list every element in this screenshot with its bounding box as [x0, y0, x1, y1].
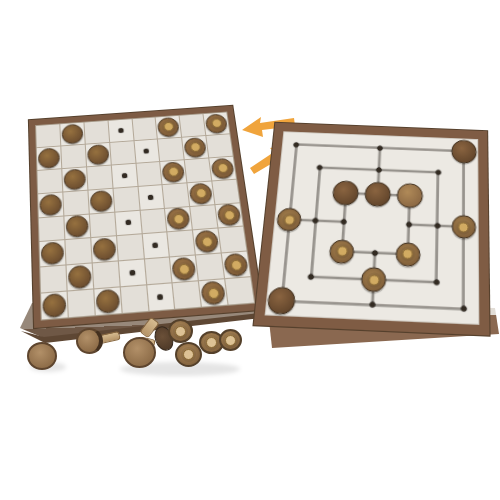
checkers-square[interactable] — [204, 112, 230, 134]
checkers-piece-plain[interactable] — [41, 242, 65, 266]
morris-point-d5[interactable] — [364, 182, 391, 208]
checkers-piece-pegged[interactable] — [189, 182, 213, 204]
peg-hole — [148, 194, 154, 199]
checkers-piece-plain[interactable] — [61, 124, 83, 145]
checkers-piece-pegged[interactable] — [171, 257, 196, 281]
checkers-square[interactable] — [91, 237, 117, 263]
checkers-square[interactable] — [196, 254, 224, 280]
checkers-piece-pegged[interactable] — [223, 253, 249, 277]
morris-point-d3[interactable] — [372, 250, 378, 255]
checkers-square[interactable] — [165, 207, 192, 232]
checkers-square[interactable] — [62, 167, 87, 191]
checkers-square[interactable] — [185, 158, 211, 182]
checkers-square[interactable] — [88, 188, 114, 213]
morris-point-a4[interactable] — [276, 207, 302, 231]
peg-knob — [368, 274, 379, 285]
peg-knob — [225, 335, 236, 346]
checkers-piece-pegged[interactable] — [162, 161, 186, 183]
loose-piece-mushroom-side[interactable] — [76, 328, 103, 354]
checkers-square[interactable] — [170, 256, 198, 283]
morris-point-d6[interactable] — [376, 167, 381, 172]
checkers-piece-pegged[interactable] — [217, 204, 242, 227]
checkers-piece-plain[interactable] — [39, 193, 62, 216]
peg-knob — [284, 214, 295, 225]
peg-hole — [461, 306, 467, 312]
peg-hole — [376, 167, 381, 172]
morris-piece-pegged[interactable] — [395, 242, 420, 267]
checkers-square[interactable] — [156, 116, 181, 139]
peg-knob — [223, 210, 235, 221]
checkers-square[interactable] — [180, 114, 206, 136]
checkers-square[interactable] — [87, 165, 112, 189]
checkers-piece-plain[interactable] — [89, 189, 112, 212]
peg-hole — [406, 222, 411, 227]
checkers-square[interactable] — [39, 216, 64, 241]
peg-knob — [175, 326, 186, 337]
checkers-square[interactable] — [216, 203, 243, 228]
peg-knob — [178, 263, 190, 275]
checkers-square[interactable] — [36, 124, 60, 147]
peg-knob — [230, 259, 242, 271]
peg-hole — [118, 128, 123, 133]
checkers-square[interactable] — [182, 136, 208, 159]
loose-pieces-group — [0, 300, 270, 395]
peg-knob — [207, 287, 219, 299]
morris-piece-pegged[interactable] — [361, 267, 387, 293]
peg-hole — [377, 145, 382, 150]
peg-knob — [201, 236, 213, 247]
peg-hole — [317, 165, 322, 170]
peg-knob — [211, 119, 222, 129]
morris-point-e5[interactable] — [396, 183, 423, 209]
checkers-square[interactable] — [108, 119, 133, 142]
checkers-square[interactable] — [222, 252, 250, 278]
loose-piece-pegged[interactable] — [168, 319, 193, 343]
checkers-square[interactable] — [84, 121, 108, 144]
checkers-square[interactable] — [209, 156, 236, 180]
checkers-square[interactable] — [132, 118, 157, 141]
checkers-square[interactable] — [37, 169, 62, 193]
morris-point-f6[interactable] — [435, 170, 440, 175]
checkers-piece-pegged[interactable] — [194, 230, 219, 254]
peg-hole — [341, 219, 347, 224]
checkers-square[interactable] — [117, 235, 144, 261]
checkers-square[interactable] — [90, 212, 116, 237]
loose-piece-flat-disc[interactable] — [27, 342, 57, 370]
morris-piece-plain[interactable] — [332, 180, 359, 206]
morris-point-g4[interactable] — [451, 215, 475, 239]
morris-point-a7[interactable] — [294, 142, 299, 147]
checkers-grid — [35, 112, 255, 321]
checkers-piece-plain[interactable] — [92, 238, 116, 262]
peg-hole — [294, 142, 299, 147]
checkers-square[interactable] — [119, 260, 146, 287]
peg-hole — [433, 279, 439, 285]
checkers-board-top — [28, 105, 264, 329]
morris-piece-plain[interactable] — [364, 182, 391, 208]
checkers-square[interactable] — [206, 134, 232, 157]
checkers-square[interactable] — [136, 162, 162, 186]
morris-point-d7[interactable] — [377, 145, 382, 150]
checkers-square[interactable] — [188, 181, 215, 205]
morris-point-c5[interactable] — [332, 180, 359, 206]
morris-piece-plain[interactable] — [267, 287, 297, 316]
checkers-square[interactable] — [61, 145, 86, 168]
checkers-square[interactable] — [190, 205, 217, 230]
checkers-piece-plain[interactable] — [65, 215, 89, 238]
checkers-piece-plain[interactable] — [67, 265, 91, 290]
loose-piece-pegged[interactable] — [175, 342, 202, 367]
morris-point-b4[interactable] — [313, 218, 319, 223]
morris-piece-plain[interactable] — [451, 139, 477, 163]
checkers-square[interactable] — [60, 123, 84, 146]
product-photo — [0, 0, 500, 500]
checkers-square[interactable] — [66, 264, 92, 291]
checkers-square[interactable] — [37, 146, 61, 169]
morris-piece-pegged[interactable] — [451, 215, 475, 239]
peg-hole — [153, 243, 159, 249]
checkers-square[interactable] — [168, 231, 195, 257]
checkers-piece-plain[interactable] — [63, 168, 86, 190]
checkers-square[interactable] — [212, 179, 239, 203]
peg-hole — [308, 274, 314, 280]
morris-point-f4[interactable] — [434, 223, 439, 228]
checkers-piece-pegged[interactable] — [210, 157, 234, 179]
morris-piece-pegged[interactable] — [329, 239, 355, 264]
checkers-piece-plain[interactable] — [87, 144, 110, 165]
peg-hole — [121, 173, 127, 178]
peg-knob — [206, 337, 217, 348]
morris-playing-surface — [265, 131, 480, 325]
peg-knob — [217, 163, 229, 173]
checkers-square[interactable] — [65, 239, 91, 265]
checkers-square[interactable] — [219, 227, 247, 253]
peg-hole — [372, 250, 378, 255]
checkers-piece-pegged[interactable] — [166, 208, 191, 231]
peg-knob — [402, 249, 413, 260]
morris-point-f2[interactable] — [433, 279, 439, 285]
checkers-square[interactable] — [158, 138, 184, 161]
checkers-square[interactable] — [140, 208, 167, 233]
peg-hole — [129, 270, 135, 276]
checkers-piece-pegged[interactable] — [205, 113, 229, 134]
checkers-square[interactable] — [161, 160, 187, 184]
checkers-square[interactable] — [40, 266, 66, 293]
peg-hole — [435, 170, 440, 175]
peg-knob — [190, 142, 201, 152]
checkers-square[interactable] — [134, 139, 159, 162]
peg-knob — [195, 188, 207, 199]
morris-point-a1[interactable] — [267, 287, 297, 316]
peg-hole — [144, 148, 150, 153]
morris-point-g7[interactable] — [451, 139, 477, 163]
checkers-square[interactable] — [40, 241, 66, 267]
checkers-square[interactable] — [142, 233, 169, 259]
morris-point-b2[interactable] — [308, 274, 314, 280]
checkers-square[interactable] — [111, 164, 136, 188]
checkers-square[interactable] — [110, 141, 135, 164]
loose-piece-flat-disc[interactable] — [123, 337, 156, 368]
morris-point-c4[interactable] — [341, 219, 347, 224]
morris-point-b6[interactable] — [317, 165, 322, 170]
peg-knob — [183, 349, 194, 360]
checkers-square[interactable] — [64, 214, 90, 239]
checkers-piece-pegged[interactable] — [183, 137, 207, 158]
checkers-square[interactable] — [38, 192, 63, 217]
peg-knob — [336, 246, 347, 257]
morris-point-g1[interactable] — [461, 306, 467, 312]
morris-piece-plain[interactable] — [396, 183, 423, 209]
peg-knob — [173, 214, 185, 225]
morris-point-d2[interactable] — [361, 267, 387, 293]
morris-point-e4[interactable] — [406, 222, 411, 227]
peg-knob — [458, 222, 469, 233]
checkers-square[interactable] — [113, 187, 139, 212]
peg-hole — [370, 302, 376, 308]
loose-piece-pegged[interactable] — [219, 329, 242, 351]
morris-board — [258, 112, 500, 362]
peg-knob — [168, 167, 179, 177]
checkers-square[interactable] — [93, 262, 120, 289]
checkers-square[interactable] — [115, 210, 141, 235]
checkers-square[interactable] — [163, 183, 189, 207]
peg-hole — [125, 220, 131, 226]
morris-point-d1[interactable] — [370, 302, 376, 308]
morris-point-c3[interactable] — [329, 239, 355, 264]
checkers-piece-plain[interactable] — [38, 147, 60, 168]
morris-point-e3[interactable] — [395, 242, 420, 267]
peg-hole — [434, 223, 439, 228]
peg-knob — [163, 122, 174, 132]
checkers-square[interactable] — [144, 258, 171, 285]
peg-hole — [313, 218, 319, 223]
checkers-square[interactable] — [63, 190, 88, 215]
checkers-square[interactable] — [193, 229, 220, 255]
checkers-square[interactable] — [138, 185, 164, 209]
morris-piece-pegged[interactable] — [276, 207, 302, 231]
checkers-square[interactable] — [86, 143, 111, 166]
checkers-piece-pegged[interactable] — [157, 117, 180, 138]
morris-board-top — [252, 122, 490, 337]
